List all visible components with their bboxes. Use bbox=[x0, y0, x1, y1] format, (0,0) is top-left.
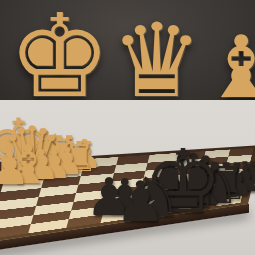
pieces-lineup-photo: ♚♛♝♞♜♟ bbox=[0, 0, 255, 100]
black-pawn: ♟ bbox=[115, 174, 165, 230]
board-photo: ♚♛♞♜♟♟♟♝♟♟♟♜♟♟♟♞♝♟♚♛♝♞♜♟♟♜ bbox=[0, 100, 255, 255]
white-pawn: ♟ bbox=[0, 145, 30, 191]
white-bishop: ♝ bbox=[203, 24, 255, 110]
white-queen: ♛ bbox=[111, 10, 202, 112]
white-king: ♚ bbox=[8, 0, 111, 114]
chess-set-product-photo: ♚♛♝♞♜♟ ♚♛♞♜♟♟♟♝♟♟♟♜♟♟♟♞♝♟♚♛♝♞♜♟♟♜ bbox=[0, 0, 255, 255]
